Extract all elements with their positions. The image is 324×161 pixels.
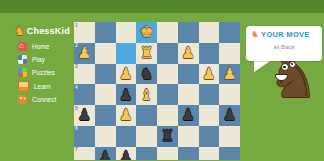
sidebar-item-label: Learn — [34, 82, 51, 91]
as-black-subtitle: as Black — [246, 44, 322, 50]
white-king-e1[interactable]: ♚ — [140, 22, 154, 42]
square-d2[interactable] — [157, 43, 178, 64]
square-c6[interactable] — [178, 126, 199, 147]
logo-knight-icon: ♞ — [14, 25, 25, 37]
chesskid-logo[interactable]: ♞ ChessKid — [14, 24, 70, 38]
square-b2[interactable] — [199, 43, 220, 64]
square-a3[interactable]: ♟ — [219, 64, 240, 85]
black-pawn-f7[interactable]: ♟ — [119, 147, 133, 160]
your-move-header: ♞ YOUR MOVE — [246, 26, 322, 39]
square-a2[interactable] — [219, 43, 240, 64]
square-a5[interactable]: ♟ — [219, 105, 240, 126]
bubble-knight-icon: ♞ — [251, 30, 259, 39]
square-b6[interactable] — [199, 126, 220, 147]
square-c5[interactable]: ♟ — [178, 105, 199, 126]
square-g6[interactable] — [95, 126, 116, 147]
black-pawn-c5[interactable]: ♟ — [181, 105, 195, 125]
sidebar-item-home[interactable]: Home — [18, 42, 78, 51]
rank-label-7: 7 — [75, 147, 78, 152]
play-icon — [18, 55, 27, 64]
square-d4[interactable] — [157, 84, 178, 105]
square-h4[interactable]: 4 — [74, 84, 95, 105]
sidebar-item-play[interactable]: Play — [18, 55, 78, 64]
learn-icon — [18, 81, 29, 92]
black-pawn-f4[interactable]: ♟ — [119, 85, 133, 105]
square-b4[interactable] — [199, 84, 220, 105]
sidebar-item-label: Play — [32, 55, 45, 64]
top-header-band — [0, 0, 324, 13]
square-h6[interactable]: 6 — [74, 126, 95, 147]
rank-label-4: 4 — [75, 85, 78, 90]
square-g4[interactable] — [95, 84, 116, 105]
logo-text: ChessKid — [27, 26, 70, 36]
black-rook-d6[interactable]: ♜ — [160, 126, 174, 146]
rank-label-2: 2 — [75, 43, 78, 48]
square-c4[interactable] — [178, 84, 199, 105]
white-pawn-f3[interactable]: ♟ — [119, 64, 133, 84]
sidebar-item-label: Home — [32, 42, 49, 51]
square-e7[interactable] — [136, 147, 157, 161]
black-pawn-h5[interactable]: ♟ — [77, 105, 91, 125]
square-g5[interactable] — [95, 105, 116, 126]
square-a6[interactable] — [219, 126, 240, 147]
square-d5[interactable] — [157, 105, 178, 126]
rank-label-1: 1 — [75, 23, 78, 28]
square-c7[interactable] — [178, 147, 199, 161]
square-f7[interactable]: ♟ — [116, 147, 137, 161]
puzzles-icon — [18, 68, 27, 77]
white-pawn-b3[interactable]: ♟ — [202, 64, 216, 84]
white-pawn-f5[interactable]: ♟ — [119, 105, 133, 125]
sidebar-item-label: Connect — [32, 95, 56, 104]
rank-label-3: 3 — [75, 64, 78, 69]
your-move-bubble: ♞ YOUR MOVE as Black — [246, 26, 322, 61]
square-e1[interactable]: ♚ — [136, 22, 157, 43]
square-g1[interactable] — [95, 22, 116, 43]
square-f2[interactable] — [116, 43, 137, 64]
white-rook-e2[interactable]: ♜ — [140, 43, 154, 63]
white-bishop-e4[interactable]: ♝ — [140, 85, 154, 105]
square-d6[interactable]: ♜ — [157, 126, 178, 147]
square-g3[interactable] — [95, 64, 116, 85]
mascot-eye — [289, 61, 296, 68]
sidebar-item-learn[interactable]: Learn — [18, 82, 78, 91]
square-c1[interactable] — [178, 22, 199, 43]
square-d3[interactable] — [157, 64, 178, 85]
sidebar-item-label: Puzzles — [32, 68, 55, 77]
square-e2[interactable]: ♜ — [136, 43, 157, 64]
square-d7[interactable] — [157, 147, 178, 161]
square-h1[interactable]: 1 — [74, 22, 95, 43]
white-pawn-h2[interactable]: ♟ — [77, 43, 91, 63]
square-f1[interactable] — [116, 22, 137, 43]
square-b5[interactable] — [199, 105, 220, 126]
square-f5[interactable]: ♟ — [116, 105, 137, 126]
square-a7[interactable] — [219, 147, 240, 161]
home-icon — [18, 42, 27, 51]
square-c3[interactable] — [178, 64, 199, 85]
square-d1[interactable] — [157, 22, 178, 43]
square-f3[interactable]: ♟ — [116, 64, 137, 85]
square-f4[interactable]: ♟ — [116, 84, 137, 105]
square-f6[interactable] — [116, 126, 137, 147]
square-h2[interactable]: 2♟ — [74, 43, 95, 64]
square-e3[interactable]: ♞ — [136, 64, 157, 85]
rank-label-6: 6 — [75, 126, 78, 131]
black-knight-e3[interactable]: ♞ — [140, 64, 154, 84]
square-b7[interactable] — [199, 147, 220, 161]
connect-icon — [18, 95, 27, 104]
black-pawn-a5[interactable]: ♟ — [223, 105, 237, 125]
rank-label-5: 5 — [75, 106, 78, 111]
square-h5[interactable]: 5♟ — [74, 105, 95, 126]
square-e6[interactable] — [136, 126, 157, 147]
square-a4[interactable] — [219, 84, 240, 105]
square-a1[interactable] — [219, 22, 240, 43]
square-h7[interactable]: 7 — [74, 147, 95, 161]
your-move-title: YOUR MOVE — [261, 30, 310, 39]
square-h3[interactable]: 3 — [74, 64, 95, 85]
white-pawn-a3[interactable]: ♟ — [223, 64, 237, 84]
white-pawn-c2[interactable]: ♟ — [181, 43, 195, 63]
square-c2[interactable]: ♟ — [178, 43, 199, 64]
sidebar-nav: Home Play Puzzles Learn Connect — [18, 42, 78, 108]
sidebar-item-connect[interactable]: Connect — [18, 95, 78, 104]
sidebar-item-puzzles[interactable]: Puzzles — [18, 68, 78, 77]
square-e4[interactable]: ♝ — [136, 84, 157, 105]
chess-board[interactable]: 1♚2♟♜♟3♟♞♟♟4♟♝5♟♟♟♟6♜7♟♟8 — [74, 22, 240, 160]
square-e5[interactable] — [136, 105, 157, 126]
mascot-eye — [281, 63, 289, 71]
square-b3[interactable]: ♟ — [199, 64, 220, 85]
square-b1[interactable] — [199, 22, 220, 43]
black-pawn-g7[interactable]: ♟ — [98, 147, 112, 160]
square-g7[interactable]: ♟ — [95, 147, 116, 161]
square-g2[interactable] — [95, 43, 116, 64]
